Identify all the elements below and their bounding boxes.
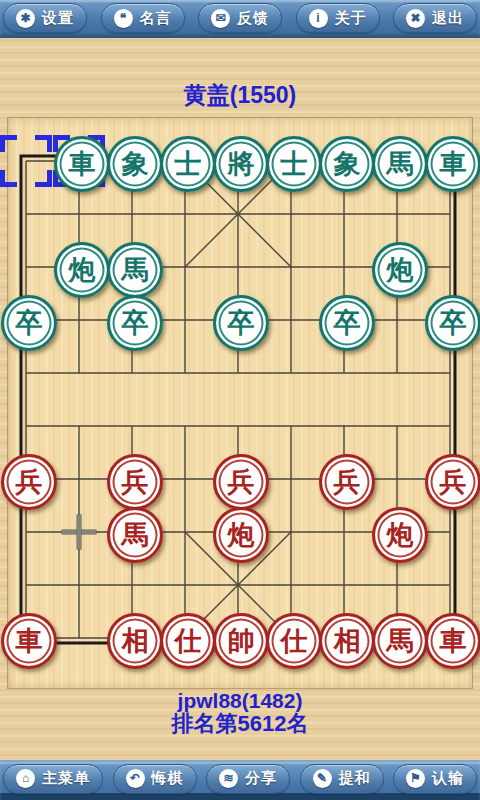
xiangqi-board[interactable]: 車象士將士象馬車炮馬炮卒卒卒卒卒兵兵兵兵兵馬炮炮車相仕帥仕相馬車 <box>8 118 472 688</box>
xiangqi-piece-red[interactable]: 車 <box>425 613 480 669</box>
board-grid <box>8 118 472 688</box>
xiangqi-piece-black[interactable]: 士 <box>266 136 322 192</box>
undo-arrow-icon: ↶ <box>126 769 145 788</box>
xiangqi-piece-black[interactable]: 卒 <box>1 295 57 351</box>
feedback-button[interactable]: ✉ 反馈 <box>198 3 282 33</box>
xiangqi-piece-red[interactable]: 炮 <box>213 507 269 563</box>
xiangqi-piece-red[interactable]: 馬 <box>107 507 163 563</box>
xiangqi-piece-red[interactable]: 兵 <box>425 454 480 510</box>
xiangqi-piece-red[interactable]: 馬 <box>372 613 428 669</box>
exit-button[interactable]: ✖ 退出 <box>393 3 477 33</box>
envelope-icon: ✉ <box>211 9 230 28</box>
main-menu-button[interactable]: ⌂ 主菜单 <box>3 764 103 794</box>
resign-label: 认输 <box>432 769 464 788</box>
share-label: 分享 <box>245 769 277 788</box>
flag-icon: ⚑ <box>406 769 425 788</box>
undo-move-label: 悔棋 <box>152 769 184 788</box>
exit-label: 退出 <box>432 9 464 28</box>
bottom-toolbar: ⌂ 主菜单 ↶ 悔棋 ≋ 分享 ✎ 提和 ⚑ 认输 <box>0 760 480 800</box>
xiangqi-piece-red[interactable]: 兵 <box>319 454 375 510</box>
player-ranking: 排名第5612名 <box>0 712 480 736</box>
xiangqi-piece-black[interactable]: 炮 <box>372 242 428 298</box>
opponent-name-rating: 黄盖(1550) <box>0 80 480 111</box>
xiangqi-piece-red[interactable]: 炮 <box>372 507 428 563</box>
xiangqi-piece-black[interactable]: 卒 <box>425 295 480 351</box>
about-button[interactable]: i 关于 <box>296 3 380 33</box>
settings-label: 设置 <box>42 9 74 28</box>
xiangqi-piece-red[interactable]: 相 <box>107 613 163 669</box>
xiangqi-piece-black[interactable]: 馬 <box>372 136 428 192</box>
player-name-rating: jpwl88(1482) <box>0 690 480 712</box>
xiangqi-piece-black[interactable]: 車 <box>54 136 110 192</box>
info-icon: i <box>309 9 328 28</box>
gear-icon: ✱ <box>16 9 35 28</box>
close-icon: ✖ <box>406 9 425 28</box>
xiangqi-piece-black[interactable]: 卒 <box>107 295 163 351</box>
feedback-label: 反馈 <box>237 9 269 28</box>
xiangqi-piece-black[interactable]: 卒 <box>319 295 375 351</box>
quotes-button[interactable]: ❝ 名言 <box>101 3 185 33</box>
share-button[interactable]: ≋ 分享 <box>206 764 290 794</box>
undo-move-button[interactable]: ↶ 悔棋 <box>113 764 197 794</box>
share-icon: ≋ <box>219 769 238 788</box>
pencil-icon: ✎ <box>313 769 332 788</box>
xiangqi-piece-black[interactable]: 炮 <box>54 242 110 298</box>
home-icon: ⌂ <box>16 769 35 788</box>
xiangqi-piece-red[interactable]: 帥 <box>213 613 269 669</box>
offer-draw-button[interactable]: ✎ 提和 <box>300 764 384 794</box>
xiangqi-piece-red[interactable]: 仕 <box>266 613 322 669</box>
quote-icon: ❝ <box>114 9 133 28</box>
xiangqi-piece-red[interactable]: 兵 <box>107 454 163 510</box>
xiangqi-piece-red[interactable]: 兵 <box>1 454 57 510</box>
xiangqi-piece-black[interactable]: 將 <box>213 136 269 192</box>
xiangqi-piece-black[interactable]: 車 <box>425 136 480 192</box>
cursor-crosshair <box>62 515 96 549</box>
xiangqi-piece-black[interactable]: 象 <box>319 136 375 192</box>
about-label: 关于 <box>335 9 367 28</box>
xiangqi-piece-red[interactable]: 相 <box>319 613 375 669</box>
app-screen: ✱ 设置 ❝ 名言 ✉ 反馈 i 关于 ✖ 退出 黄盖(1550) 車象士將士象… <box>0 0 480 800</box>
xiangqi-piece-black[interactable]: 士 <box>160 136 216 192</box>
settings-button[interactable]: ✱ 设置 <box>3 3 87 33</box>
resign-button[interactable]: ⚑ 认输 <box>393 764 477 794</box>
main-menu-label: 主菜单 <box>42 769 90 788</box>
xiangqi-piece-red[interactable]: 兵 <box>213 454 269 510</box>
top-toolbar: ✱ 设置 ❝ 名言 ✉ 反馈 i 关于 ✖ 退出 <box>0 0 480 38</box>
xiangqi-piece-black[interactable]: 卒 <box>213 295 269 351</box>
quotes-label: 名言 <box>140 9 172 28</box>
xiangqi-piece-black[interactable]: 象 <box>107 136 163 192</box>
offer-draw-label: 提和 <box>339 769 371 788</box>
xiangqi-piece-black[interactable]: 馬 <box>107 242 163 298</box>
last-move-from-marker <box>0 135 52 187</box>
xiangqi-piece-red[interactable]: 車 <box>1 613 57 669</box>
xiangqi-piece-red[interactable]: 仕 <box>160 613 216 669</box>
